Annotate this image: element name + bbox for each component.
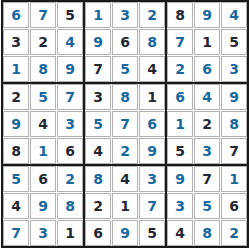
cell-r7c9[interactable]: 1 bbox=[221, 166, 247, 192]
cell-r7c7[interactable]: 9 bbox=[167, 166, 193, 192]
cell-r6c6[interactable]: 9 bbox=[139, 138, 165, 164]
block-8: 843217695 bbox=[85, 166, 165, 246]
cell-r1c2[interactable]: 7 bbox=[30, 2, 56, 28]
block-4: 257943816 bbox=[3, 84, 83, 164]
block-6: 649128537 bbox=[167, 84, 247, 164]
cell-r4c6[interactable]: 1 bbox=[139, 84, 165, 110]
cell-r3c5[interactable]: 5 bbox=[112, 56, 138, 82]
cell-r8c5[interactable]: 1 bbox=[112, 193, 138, 219]
cell-r1c4[interactable]: 1 bbox=[85, 2, 111, 28]
cell-r5c3[interactable]: 3 bbox=[57, 111, 83, 137]
cell-r5c4[interactable]: 5 bbox=[85, 111, 111, 137]
cell-r1c3[interactable]: 5 bbox=[57, 2, 83, 28]
cell-r7c8[interactable]: 7 bbox=[194, 166, 220, 192]
cell-r2c4[interactable]: 9 bbox=[85, 29, 111, 55]
cell-r3c4[interactable]: 7 bbox=[85, 56, 111, 82]
cell-r9c5[interactable]: 9 bbox=[112, 220, 138, 246]
cell-r8c3[interactable]: 8 bbox=[57, 193, 83, 219]
cell-r5c1[interactable]: 9 bbox=[3, 111, 29, 137]
cell-r8c6[interactable]: 7 bbox=[139, 193, 165, 219]
cell-r4c3[interactable]: 7 bbox=[57, 84, 83, 110]
cell-r4c2[interactable]: 5 bbox=[30, 84, 56, 110]
cell-r5c7[interactable]: 1 bbox=[167, 111, 193, 137]
cell-r9c3[interactable]: 1 bbox=[57, 220, 83, 246]
cell-r7c2[interactable]: 6 bbox=[30, 166, 56, 192]
cell-r7c4[interactable]: 8 bbox=[85, 166, 111, 192]
cell-r9c9[interactable]: 2 bbox=[221, 220, 247, 246]
block-3: 894715263 bbox=[167, 2, 247, 82]
cell-r3c8[interactable]: 6 bbox=[194, 56, 220, 82]
cell-r5c5[interactable]: 7 bbox=[112, 111, 138, 137]
cell-r3c6[interactable]: 4 bbox=[139, 56, 165, 82]
cell-r2c7[interactable]: 7 bbox=[167, 29, 193, 55]
cell-r1c7[interactable]: 8 bbox=[167, 2, 193, 28]
cell-r3c1[interactable]: 1 bbox=[3, 56, 29, 82]
cell-r6c2[interactable]: 1 bbox=[30, 138, 56, 164]
cell-r7c1[interactable]: 5 bbox=[3, 166, 29, 192]
cell-r6c1[interactable]: 8 bbox=[3, 138, 29, 164]
sudoku-board: 6753241891329687548947152632579438163815… bbox=[1, 0, 249, 248]
cell-r8c7[interactable]: 3 bbox=[167, 193, 193, 219]
cell-r4c5[interactable]: 8 bbox=[112, 84, 138, 110]
cell-r8c2[interactable]: 9 bbox=[30, 193, 56, 219]
cell-r4c9[interactable]: 9 bbox=[221, 84, 247, 110]
cell-r2c5[interactable]: 6 bbox=[112, 29, 138, 55]
cell-r6c8[interactable]: 3 bbox=[194, 138, 220, 164]
block-1: 675324189 bbox=[3, 2, 83, 82]
cell-r5c8[interactable]: 2 bbox=[194, 111, 220, 137]
cell-r5c2[interactable]: 4 bbox=[30, 111, 56, 137]
cell-r1c9[interactable]: 4 bbox=[221, 2, 247, 28]
cell-r9c2[interactable]: 3 bbox=[30, 220, 56, 246]
cell-r1c1[interactable]: 6 bbox=[3, 2, 29, 28]
cell-r2c3[interactable]: 4 bbox=[57, 29, 83, 55]
cell-r9c7[interactable]: 4 bbox=[167, 220, 193, 246]
cell-r9c1[interactable]: 7 bbox=[3, 220, 29, 246]
cell-r9c6[interactable]: 5 bbox=[139, 220, 165, 246]
cell-r1c8[interactable]: 9 bbox=[194, 2, 220, 28]
cell-r1c6[interactable]: 2 bbox=[139, 2, 165, 28]
cell-r8c9[interactable]: 6 bbox=[221, 193, 247, 219]
cell-r1c5[interactable]: 3 bbox=[112, 2, 138, 28]
cell-r6c7[interactable]: 5 bbox=[167, 138, 193, 164]
block-2: 132968754 bbox=[85, 2, 165, 82]
cell-r2c9[interactable]: 5 bbox=[221, 29, 247, 55]
cell-r4c4[interactable]: 3 bbox=[85, 84, 111, 110]
cell-r3c2[interactable]: 8 bbox=[30, 56, 56, 82]
cell-r7c5[interactable]: 4 bbox=[112, 166, 138, 192]
cell-r3c3[interactable]: 9 bbox=[57, 56, 83, 82]
cell-r5c9[interactable]: 8 bbox=[221, 111, 247, 137]
block-5: 381576429 bbox=[85, 84, 165, 164]
cell-r2c2[interactable]: 2 bbox=[30, 29, 56, 55]
cell-r4c7[interactable]: 6 bbox=[167, 84, 193, 110]
cell-r7c3[interactable]: 2 bbox=[57, 166, 83, 192]
cell-r6c3[interactable]: 6 bbox=[57, 138, 83, 164]
cell-r9c8[interactable]: 8 bbox=[194, 220, 220, 246]
cell-r3c9[interactable]: 3 bbox=[221, 56, 247, 82]
cell-r8c8[interactable]: 5 bbox=[194, 193, 220, 219]
cell-r2c8[interactable]: 1 bbox=[194, 29, 220, 55]
block-7: 562498731 bbox=[3, 166, 83, 246]
cell-r5c6[interactable]: 6 bbox=[139, 111, 165, 137]
cell-r8c1[interactable]: 4 bbox=[3, 193, 29, 219]
cell-r2c1[interactable]: 3 bbox=[3, 29, 29, 55]
cell-r9c4[interactable]: 6 bbox=[85, 220, 111, 246]
cell-r8c4[interactable]: 2 bbox=[85, 193, 111, 219]
cell-r6c5[interactable]: 2 bbox=[112, 138, 138, 164]
cell-r4c1[interactable]: 2 bbox=[3, 84, 29, 110]
cell-r2c6[interactable]: 8 bbox=[139, 29, 165, 55]
cell-r7c6[interactable]: 3 bbox=[139, 166, 165, 192]
cell-r6c4[interactable]: 4 bbox=[85, 138, 111, 164]
cell-r6c9[interactable]: 7 bbox=[221, 138, 247, 164]
page: 6753241891329687548947152632579438163815… bbox=[0, 0, 250, 248]
cell-r3c7[interactable]: 2 bbox=[167, 56, 193, 82]
cell-r4c8[interactable]: 4 bbox=[194, 84, 220, 110]
block-9: 971356482 bbox=[167, 166, 247, 246]
